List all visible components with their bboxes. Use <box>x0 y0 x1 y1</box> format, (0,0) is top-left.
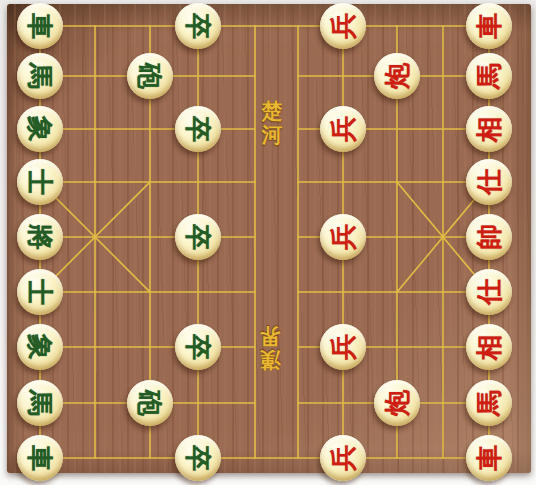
piece-glyph: 卒 <box>175 435 221 481</box>
piece-glyph: 車 <box>466 3 512 49</box>
piece-black-elephant[interactable]: 象 <box>17 106 63 152</box>
piece-red-chariot[interactable]: 車 <box>466 435 512 481</box>
piece-glyph: 將 <box>17 214 63 260</box>
piece-glyph: 象 <box>17 324 63 370</box>
piece-black-advisor[interactable]: 士 <box>17 269 63 315</box>
piece-red-general[interactable]: 帥 <box>466 214 512 260</box>
piece-glyph: 車 <box>466 435 512 481</box>
piece-glyph: 兵 <box>320 324 366 370</box>
piece-black-soldier[interactable]: 卒 <box>175 3 221 49</box>
piece-glyph: 仕 <box>466 159 512 205</box>
piece-black-elephant[interactable]: 象 <box>17 324 63 370</box>
piece-glyph: 相 <box>466 324 512 370</box>
piece-glyph: 炮 <box>374 53 420 99</box>
piece-red-elephant[interactable]: 相 <box>466 324 512 370</box>
piece-glyph: 象 <box>17 106 63 152</box>
piece-glyph: 兵 <box>320 3 366 49</box>
piece-glyph: 兵 <box>320 214 366 260</box>
piece-red-soldier[interactable]: 兵 <box>320 106 366 152</box>
piece-glyph: 兵 <box>320 106 366 152</box>
piece-glyph: 卒 <box>175 324 221 370</box>
piece-red-soldier[interactable]: 兵 <box>320 3 366 49</box>
piece-glyph: 馬 <box>466 380 512 426</box>
piece-glyph: 車 <box>17 435 63 481</box>
piece-glyph: 兵 <box>320 435 366 481</box>
piece-red-horse[interactable]: 馬 <box>466 53 512 99</box>
piece-black-cannon[interactable]: 砲 <box>127 53 173 99</box>
piece-red-soldier[interactable]: 兵 <box>320 214 366 260</box>
piece-glyph: 砲 <box>127 380 173 426</box>
piece-black-soldier[interactable]: 卒 <box>175 106 221 152</box>
piece-glyph: 車 <box>17 3 63 49</box>
piece-black-general[interactable]: 將 <box>17 214 63 260</box>
piece-black-horse[interactable]: 馬 <box>17 53 63 99</box>
piece-red-soldier[interactable]: 兵 <box>320 435 366 481</box>
piece-black-soldier[interactable]: 卒 <box>175 214 221 260</box>
piece-red-advisor[interactable]: 仕 <box>466 269 512 315</box>
piece-glyph: 士 <box>17 269 63 315</box>
piece-glyph: 馬 <box>17 53 63 99</box>
piece-black-advisor[interactable]: 士 <box>17 159 63 205</box>
piece-black-soldier[interactable]: 卒 <box>175 324 221 370</box>
piece-red-elephant[interactable]: 相 <box>466 106 512 152</box>
piece-glyph: 士 <box>17 159 63 205</box>
piece-red-cannon[interactable]: 炮 <box>374 380 420 426</box>
piece-black-soldier[interactable]: 卒 <box>175 435 221 481</box>
piece-red-horse[interactable]: 馬 <box>466 380 512 426</box>
piece-glyph: 馬 <box>17 380 63 426</box>
piece-glyph: 馬 <box>466 53 512 99</box>
piece-glyph: 卒 <box>175 106 221 152</box>
piece-black-chariot[interactable]: 車 <box>17 435 63 481</box>
piece-red-chariot[interactable]: 車 <box>466 3 512 49</box>
piece-glyph: 相 <box>466 106 512 152</box>
piece-red-cannon[interactable]: 炮 <box>374 53 420 99</box>
piece-glyph: 帥 <box>466 214 512 260</box>
piece-black-horse[interactable]: 馬 <box>17 380 63 426</box>
piece-glyph: 卒 <box>175 214 221 260</box>
xiangqi-board <box>7 4 531 473</box>
piece-black-cannon[interactable]: 砲 <box>127 380 173 426</box>
piece-glyph: 炮 <box>374 380 420 426</box>
piece-glyph: 砲 <box>127 53 173 99</box>
piece-glyph: 仕 <box>466 269 512 315</box>
piece-red-soldier[interactable]: 兵 <box>320 324 366 370</box>
piece-red-advisor[interactable]: 仕 <box>466 159 512 205</box>
piece-glyph: 卒 <box>175 3 221 49</box>
piece-black-chariot[interactable]: 車 <box>17 3 63 49</box>
